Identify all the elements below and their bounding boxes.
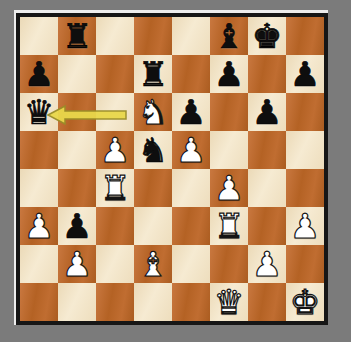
- square-d5[interactable]: ♞: [134, 131, 172, 169]
- square-a3[interactable]: ♟: [20, 207, 58, 245]
- square-d7[interactable]: ♜: [134, 55, 172, 93]
- square-h1[interactable]: ♚: [286, 283, 324, 321]
- square-b8[interactable]: ♜: [58, 17, 96, 55]
- piece-black-pawn[interactable]: ♟: [252, 93, 282, 131]
- square-a5[interactable]: [20, 131, 58, 169]
- square-g1[interactable]: [248, 283, 286, 321]
- square-e4[interactable]: [172, 169, 210, 207]
- square-f7[interactable]: ♟: [210, 55, 248, 93]
- piece-white-pawn[interactable]: ♟: [100, 131, 130, 169]
- piece-white-pawn[interactable]: ♟: [214, 169, 244, 207]
- square-g3[interactable]: [248, 207, 286, 245]
- square-b7[interactable]: [58, 55, 96, 93]
- square-c8[interactable]: [96, 17, 134, 55]
- chess-board[interactable]: ♜♝♚♟♜♟♟♛♞♟♟♟♞♟♜♟♟♟♜♟♟♝♟♛♚: [20, 17, 324, 321]
- square-h8[interactable]: [286, 17, 324, 55]
- square-c1[interactable]: [96, 283, 134, 321]
- square-h4[interactable]: [286, 169, 324, 207]
- piece-white-pawn[interactable]: ♟: [290, 207, 320, 245]
- square-a2[interactable]: [20, 245, 58, 283]
- square-a8[interactable]: [20, 17, 58, 55]
- square-d6[interactable]: ♞: [134, 93, 172, 131]
- square-e6[interactable]: ♟: [172, 93, 210, 131]
- square-e2[interactable]: [172, 245, 210, 283]
- square-e3[interactable]: [172, 207, 210, 245]
- board-frame: ♜♝♚♟♜♟♟♛♞♟♟♟♞♟♜♟♟♟♜♟♟♝♟♛♚: [16, 13, 328, 325]
- piece-black-pawn[interactable]: ♟: [24, 55, 54, 93]
- piece-black-pawn[interactable]: ♟: [214, 55, 244, 93]
- piece-black-pawn[interactable]: ♟: [62, 207, 92, 245]
- square-e5[interactable]: ♟: [172, 131, 210, 169]
- square-d8[interactable]: [134, 17, 172, 55]
- square-a6[interactable]: ♛: [20, 93, 58, 131]
- piece-black-bishop[interactable]: ♝: [214, 17, 244, 55]
- square-b6[interactable]: [58, 93, 96, 131]
- square-g7[interactable]: [248, 55, 286, 93]
- piece-white-queen[interactable]: ♛: [214, 283, 244, 321]
- square-a7[interactable]: ♟: [20, 55, 58, 93]
- square-f2[interactable]: [210, 245, 248, 283]
- piece-white-pawn[interactable]: ♟: [176, 131, 206, 169]
- square-a1[interactable]: [20, 283, 58, 321]
- piece-black-knight[interactable]: ♞: [138, 131, 168, 169]
- square-c2[interactable]: [96, 245, 134, 283]
- square-c5[interactable]: ♟: [96, 131, 134, 169]
- square-f6[interactable]: [210, 93, 248, 131]
- piece-white-pawn[interactable]: ♟: [252, 245, 282, 283]
- square-h7[interactable]: ♟: [286, 55, 324, 93]
- square-e7[interactable]: [172, 55, 210, 93]
- piece-black-queen[interactable]: ♛: [24, 93, 54, 131]
- square-g8[interactable]: ♚: [248, 17, 286, 55]
- square-d2[interactable]: ♝: [134, 245, 172, 283]
- square-c4[interactable]: ♜: [96, 169, 134, 207]
- chess-app-window: ♜♝♚♟♜♟♟♛♞♟♟♟♞♟♜♟♟♟♜♟♟♝♟♛♚: [0, 0, 351, 342]
- piece-black-king[interactable]: ♚: [252, 17, 282, 55]
- piece-white-rook[interactable]: ♜: [214, 207, 244, 245]
- square-d1[interactable]: [134, 283, 172, 321]
- piece-black-pawn[interactable]: ♟: [176, 93, 206, 131]
- square-b2[interactable]: ♟: [58, 245, 96, 283]
- piece-black-rook[interactable]: ♜: [62, 17, 92, 55]
- square-d3[interactable]: [134, 207, 172, 245]
- square-h3[interactable]: ♟: [286, 207, 324, 245]
- piece-white-pawn[interactable]: ♟: [62, 245, 92, 283]
- square-c6[interactable]: [96, 93, 134, 131]
- square-f8[interactable]: ♝: [210, 17, 248, 55]
- board-panel: ♜♝♚♟♜♟♟♛♞♟♟♟♞♟♜♟♟♟♜♟♟♝♟♛♚: [14, 10, 328, 325]
- piece-black-rook[interactable]: ♜: [138, 55, 168, 93]
- piece-white-pawn[interactable]: ♟: [24, 207, 54, 245]
- square-d4[interactable]: [134, 169, 172, 207]
- square-f5[interactable]: [210, 131, 248, 169]
- piece-white-rook[interactable]: ♜: [100, 169, 130, 207]
- square-h6[interactable]: [286, 93, 324, 131]
- square-f1[interactable]: ♛: [210, 283, 248, 321]
- square-h5[interactable]: [286, 131, 324, 169]
- square-b4[interactable]: [58, 169, 96, 207]
- square-f3[interactable]: ♜: [210, 207, 248, 245]
- square-g5[interactable]: [248, 131, 286, 169]
- square-e8[interactable]: [172, 17, 210, 55]
- piece-black-pawn[interactable]: ♟: [290, 55, 320, 93]
- square-g6[interactable]: ♟: [248, 93, 286, 131]
- piece-white-knight[interactable]: ♞: [138, 93, 168, 131]
- square-b3[interactable]: ♟: [58, 207, 96, 245]
- square-g2[interactable]: ♟: [248, 245, 286, 283]
- square-c7[interactable]: [96, 55, 134, 93]
- square-h2[interactable]: [286, 245, 324, 283]
- square-a4[interactable]: [20, 169, 58, 207]
- piece-white-bishop[interactable]: ♝: [138, 245, 168, 283]
- piece-white-king[interactable]: ♚: [290, 283, 320, 321]
- square-e1[interactable]: [172, 283, 210, 321]
- square-b1[interactable]: [58, 283, 96, 321]
- square-c3[interactable]: [96, 207, 134, 245]
- square-b5[interactable]: [58, 131, 96, 169]
- square-f4[interactable]: ♟: [210, 169, 248, 207]
- square-g4[interactable]: [248, 169, 286, 207]
